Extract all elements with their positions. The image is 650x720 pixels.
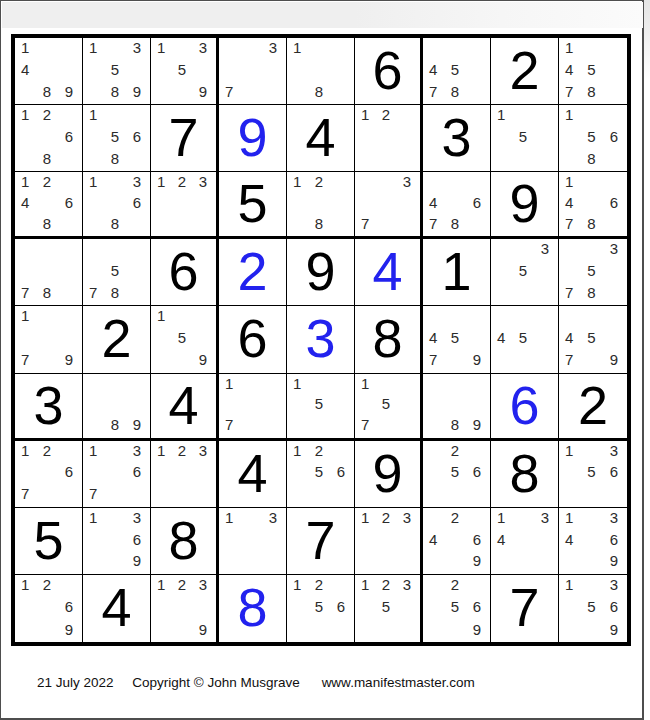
sudoku-cell-r8c4[interactable]: 13 bbox=[219, 508, 287, 575]
pencil-mark-7: 7 bbox=[429, 216, 437, 233]
pencil-mark-8: 8 bbox=[111, 151, 119, 168]
sudoku-cell-r9c7[interactable]: 2569 bbox=[423, 575, 491, 642]
sudoku-cell-r7c9[interactable]: 1356 bbox=[559, 441, 627, 508]
pencil-mark-5: 5 bbox=[451, 330, 459, 347]
pencil-mark-1: 1 bbox=[497, 107, 505, 124]
sudoku-cell-r3c1[interactable]: 12468 bbox=[15, 172, 83, 239]
pencil-mark-7: 7 bbox=[565, 84, 573, 101]
sudoku-cell-r5c7[interactable]: 4579 bbox=[423, 306, 491, 373]
sudoku-cell-r3c6[interactable]: 37 bbox=[355, 172, 423, 239]
pencil-mark-6: 6 bbox=[473, 195, 481, 212]
pencil-marks: 13 bbox=[219, 508, 286, 574]
pencil-marks: 15 bbox=[491, 105, 558, 171]
cell-value: 7 bbox=[287, 508, 354, 574]
pencil-mark-2: 2 bbox=[315, 174, 323, 191]
pencil-mark-9: 9 bbox=[65, 84, 73, 101]
pencil-mark-3: 3 bbox=[403, 174, 411, 191]
pencil-mark-1: 1 bbox=[89, 510, 97, 527]
pencil-mark-6: 6 bbox=[133, 464, 141, 481]
pencil-mark-7: 7 bbox=[361, 417, 369, 434]
cell-value: 8 bbox=[219, 575, 286, 642]
pencil-mark-2: 2 bbox=[178, 577, 186, 594]
sudoku-cell-r8c8[interactable]: 134 bbox=[491, 508, 559, 575]
cell-value: 3 bbox=[423, 105, 490, 171]
cell-value: 3 bbox=[287, 306, 354, 372]
sudoku-cell-r8c9[interactable]: 13469 bbox=[559, 508, 627, 575]
sudoku-cell-r7c4[interactable]: 4 bbox=[219, 441, 287, 508]
sudoku-cell-r5c5[interactable]: 3 bbox=[287, 306, 355, 373]
pencil-mark-1: 1 bbox=[497, 510, 505, 527]
pencil-mark-3: 3 bbox=[133, 510, 141, 527]
sudoku-cell-r9c3[interactable]: 1239 bbox=[151, 575, 219, 642]
sudoku-cell-r3c5[interactable]: 128 bbox=[287, 172, 355, 239]
sudoku-cell-r2c4[interactable]: 9 bbox=[219, 105, 287, 172]
sudoku-cell-r4c8[interactable]: 35 bbox=[491, 239, 559, 306]
pencil-mark-7: 7 bbox=[89, 486, 97, 503]
pencil-mark-5: 5 bbox=[315, 599, 323, 616]
sudoku-cell-r3c3[interactable]: 123 bbox=[151, 172, 219, 239]
pencil-mark-1: 1 bbox=[21, 174, 29, 191]
cell-value: 7 bbox=[491, 575, 558, 642]
pencil-mark-6: 6 bbox=[65, 129, 73, 146]
pencil-marks: 37 bbox=[355, 172, 420, 236]
pencil-mark-4: 4 bbox=[429, 532, 437, 549]
pencil-mark-5: 5 bbox=[111, 129, 119, 146]
pencil-mark-1: 1 bbox=[21, 308, 29, 325]
pencil-mark-1: 1 bbox=[21, 443, 29, 460]
pencil-mark-2: 2 bbox=[451, 443, 459, 460]
pencil-marks: 4578 bbox=[423, 38, 490, 104]
pencil-mark-6: 6 bbox=[65, 464, 73, 481]
pencil-marks: 12 bbox=[355, 105, 420, 171]
sudoku-cell-r5c2[interactable]: 2 bbox=[83, 306, 151, 373]
sudoku-cell-r5c9[interactable]: 4579 bbox=[559, 306, 627, 373]
pencil-mark-1: 1 bbox=[89, 443, 97, 460]
sudoku-cell-r6c7[interactable]: 89 bbox=[423, 374, 491, 441]
pencil-marks: 1356 bbox=[559, 441, 627, 507]
sudoku-cell-r4c7[interactable]: 1 bbox=[423, 239, 491, 306]
pencil-mark-3: 3 bbox=[133, 174, 141, 191]
pencil-mark-3: 3 bbox=[610, 241, 618, 258]
pencil-marks: 18 bbox=[287, 38, 354, 104]
sudoku-cell-r1c9[interactable]: 14578 bbox=[559, 38, 627, 105]
sudoku-cell-r2c5[interactable]: 4 bbox=[287, 105, 355, 172]
sudoku-cell-r1c3[interactable]: 1359 bbox=[151, 38, 219, 105]
pencil-mark-3: 3 bbox=[403, 510, 411, 527]
pencil-marks: 157 bbox=[355, 374, 420, 438]
sudoku-cell-r3c2[interactable]: 1368 bbox=[83, 172, 151, 239]
pencil-mark-3: 3 bbox=[199, 443, 207, 460]
sudoku-cell-r4c2[interactable]: 578 bbox=[83, 239, 151, 306]
pencil-mark-3: 3 bbox=[541, 510, 549, 527]
pencil-mark-2: 2 bbox=[43, 107, 51, 124]
footer-copyright: Copyright © John Musgrave bbox=[132, 675, 300, 690]
cell-value: 4 bbox=[151, 374, 216, 438]
pencil-mark-6: 6 bbox=[610, 464, 618, 481]
pencil-mark-3: 3 bbox=[610, 510, 618, 527]
pencil-marks: 13569 bbox=[559, 575, 627, 642]
pencil-marks: 17 bbox=[219, 374, 286, 438]
cell-value: 9 bbox=[287, 239, 354, 305]
pencil-mark-6: 6 bbox=[610, 599, 618, 616]
pencil-marks: 14578 bbox=[559, 38, 627, 104]
pencil-mark-7: 7 bbox=[21, 486, 29, 503]
cell-value: 8 bbox=[151, 508, 216, 574]
pencil-mark-3: 3 bbox=[269, 40, 277, 57]
pencil-marks: 3578 bbox=[559, 239, 627, 305]
pencil-mark-5: 5 bbox=[451, 62, 459, 79]
pencil-mark-5: 5 bbox=[587, 330, 595, 347]
pencil-mark-7: 7 bbox=[565, 352, 573, 369]
pencil-mark-6: 6 bbox=[610, 195, 618, 212]
pencil-mark-1: 1 bbox=[21, 107, 29, 124]
sudoku-cell-r1c1[interactable]: 1489 bbox=[15, 38, 83, 105]
pencil-marks: 578 bbox=[83, 239, 150, 305]
sudoku-cell-r9c4[interactable]: 8 bbox=[219, 575, 287, 642]
pencil-mark-6: 6 bbox=[473, 599, 481, 616]
pencil-mark-6: 6 bbox=[473, 464, 481, 481]
pencil-mark-5: 5 bbox=[587, 599, 595, 616]
pencil-mark-3: 3 bbox=[199, 577, 207, 594]
pencil-mark-4: 4 bbox=[21, 62, 29, 79]
sudoku-cell-r2c9[interactable]: 1568 bbox=[559, 105, 627, 172]
pencil-mark-6: 6 bbox=[473, 532, 481, 549]
pencil-mark-9: 9 bbox=[473, 622, 481, 639]
sudoku-cell-r3c7[interactable]: 4678 bbox=[423, 172, 491, 239]
pencil-marks: 1235 bbox=[355, 575, 420, 642]
pencil-mark-2: 2 bbox=[43, 174, 51, 191]
sudoku-cell-r6c4[interactable]: 17 bbox=[219, 374, 287, 441]
footer-website: www.manifestmaster.com bbox=[322, 675, 475, 690]
sudoku-cell-r6c8[interactable]: 6 bbox=[491, 374, 559, 441]
sudoku-cell-r9c2[interactable]: 4 bbox=[83, 575, 151, 642]
sudoku-cell-r6c2[interactable]: 89 bbox=[83, 374, 151, 441]
sudoku-cell-r1c5[interactable]: 18 bbox=[287, 38, 355, 105]
pencil-mark-2: 2 bbox=[451, 577, 459, 594]
sudoku-cell-r8c2[interactable]: 1369 bbox=[83, 508, 151, 575]
pencil-mark-8: 8 bbox=[587, 151, 595, 168]
cell-value: 9 bbox=[491, 172, 558, 236]
pencil-mark-5: 5 bbox=[519, 263, 527, 280]
sudoku-cell-r9c5[interactable]: 1256 bbox=[287, 575, 355, 642]
pencil-mark-7: 7 bbox=[89, 285, 97, 302]
sudoku-cell-r4c4[interactable]: 2 bbox=[219, 239, 287, 306]
pencil-marks: 4678 bbox=[423, 172, 490, 236]
cell-value: 9 bbox=[355, 441, 420, 507]
pencil-marks: 123 bbox=[151, 172, 216, 236]
pencil-mark-8: 8 bbox=[315, 216, 323, 233]
pencil-mark-2: 2 bbox=[178, 443, 186, 460]
pencil-mark-3: 3 bbox=[133, 40, 141, 57]
sudoku-cell-r1c4[interactable]: 37 bbox=[219, 38, 287, 105]
sudoku-cell-r7c8[interactable]: 8 bbox=[491, 441, 559, 508]
pencil-mark-1: 1 bbox=[225, 510, 233, 527]
pencil-marks: 123 bbox=[355, 508, 420, 574]
pencil-marks: 14678 bbox=[559, 172, 627, 236]
pencil-mark-8: 8 bbox=[43, 151, 51, 168]
pencil-mark-2: 2 bbox=[315, 577, 323, 594]
sudoku-cell-r6c1[interactable]: 3 bbox=[15, 374, 83, 441]
sudoku-cell-r3c8[interactable]: 9 bbox=[491, 172, 559, 239]
pencil-mark-5: 5 bbox=[111, 263, 119, 280]
pencil-mark-3: 3 bbox=[610, 443, 618, 460]
pencil-mark-6: 6 bbox=[65, 599, 73, 616]
pencil-mark-7: 7 bbox=[429, 84, 437, 101]
sudoku-cell-r9c6[interactable]: 1235 bbox=[355, 575, 423, 642]
pencil-mark-1: 1 bbox=[157, 443, 165, 460]
sudoku-cell-r4c3[interactable]: 6 bbox=[151, 239, 219, 306]
pencil-mark-2: 2 bbox=[43, 577, 51, 594]
pencil-marks: 4579 bbox=[559, 306, 627, 372]
pencil-mark-4: 4 bbox=[565, 62, 573, 79]
sudoku-cell-r5c8[interactable]: 45 bbox=[491, 306, 559, 373]
pencil-marks: 134 bbox=[491, 508, 558, 574]
pencil-mark-9: 9 bbox=[199, 84, 207, 101]
pencil-mark-5: 5 bbox=[382, 599, 390, 616]
pencil-mark-1: 1 bbox=[293, 376, 301, 393]
pencil-mark-2: 2 bbox=[382, 577, 390, 594]
pencil-marks: 1267 bbox=[15, 441, 82, 507]
pencil-mark-9: 9 bbox=[65, 352, 73, 369]
pencil-mark-1: 1 bbox=[157, 308, 165, 325]
pencil-mark-6: 6 bbox=[65, 195, 73, 212]
pencil-mark-6: 6 bbox=[133, 532, 141, 549]
pencil-mark-1: 1 bbox=[565, 577, 573, 594]
pencil-mark-5: 5 bbox=[315, 396, 323, 413]
pencil-mark-4: 4 bbox=[429, 62, 437, 79]
pencil-mark-5: 5 bbox=[519, 129, 527, 146]
pencil-marks: 15 bbox=[287, 374, 354, 438]
sudoku-cell-r5c6[interactable]: 8 bbox=[355, 306, 423, 373]
pencil-mark-3: 3 bbox=[541, 241, 549, 258]
sudoku-cell-r4c6[interactable]: 4 bbox=[355, 239, 423, 306]
sudoku-cell-r4c1[interactable]: 78 bbox=[15, 239, 83, 306]
pencil-mark-1: 1 bbox=[361, 107, 369, 124]
pencil-marks: 45 bbox=[491, 306, 558, 372]
footer: 21 July 2022 Copyright © John Musgrave w… bbox=[37, 672, 475, 694]
window-right-gutter bbox=[644, 0, 650, 720]
cell-value: 5 bbox=[15, 508, 82, 574]
pencil-mark-1: 1 bbox=[157, 577, 165, 594]
sudoku-cell-r2c2[interactable]: 1568 bbox=[83, 105, 151, 172]
pencil-mark-7: 7 bbox=[565, 285, 573, 302]
sudoku-cell-r2c1[interactable]: 1268 bbox=[15, 105, 83, 172]
cell-value: 6 bbox=[355, 38, 420, 104]
sudoku-board: 1489135891359371864578214578126815687941… bbox=[11, 34, 631, 646]
pencil-mark-3: 3 bbox=[269, 510, 277, 527]
cell-value: 6 bbox=[491, 374, 558, 438]
sudoku-cell-r6c9[interactable]: 2 bbox=[559, 374, 627, 441]
pencil-mark-6: 6 bbox=[337, 464, 345, 481]
pencil-marks: 1489 bbox=[15, 38, 82, 104]
pencil-marks: 35 bbox=[491, 239, 558, 305]
pencil-mark-1: 1 bbox=[361, 510, 369, 527]
sudoku-cell-r2c6[interactable]: 12 bbox=[355, 105, 423, 172]
pencil-mark-5: 5 bbox=[451, 464, 459, 481]
pencil-mark-5: 5 bbox=[382, 396, 390, 413]
sudoku-cell-r7c7[interactable]: 256 bbox=[423, 441, 491, 508]
pencil-mark-2: 2 bbox=[43, 443, 51, 460]
pencil-mark-9: 9 bbox=[199, 352, 207, 369]
pencil-mark-6: 6 bbox=[133, 129, 141, 146]
cell-value: 7 bbox=[151, 105, 216, 171]
sudoku-cell-r7c1[interactable]: 1267 bbox=[15, 441, 83, 508]
pencil-marks: 13589 bbox=[83, 38, 150, 104]
pencil-mark-7: 7 bbox=[225, 84, 233, 101]
pencil-mark-5: 5 bbox=[178, 62, 186, 79]
pencil-mark-4: 4 bbox=[21, 195, 29, 212]
pencil-mark-9: 9 bbox=[133, 553, 141, 570]
pencil-mark-8: 8 bbox=[43, 216, 51, 233]
pencil-marks: 1568 bbox=[83, 105, 150, 171]
sudoku-cell-r6c3[interactable]: 4 bbox=[151, 374, 219, 441]
cell-value: 6 bbox=[151, 239, 216, 305]
pencil-mark-1: 1 bbox=[293, 577, 301, 594]
pencil-mark-6: 6 bbox=[610, 532, 618, 549]
pencil-mark-7: 7 bbox=[21, 352, 29, 369]
sudoku-cell-r8c5[interactable]: 7 bbox=[287, 508, 355, 575]
pencil-mark-1: 1 bbox=[565, 40, 573, 57]
pencil-mark-3: 3 bbox=[610, 577, 618, 594]
pencil-mark-4: 4 bbox=[565, 330, 573, 347]
cell-value: 4 bbox=[287, 105, 354, 171]
pencil-mark-4: 4 bbox=[429, 195, 437, 212]
cell-value: 4 bbox=[355, 239, 420, 305]
pencil-mark-1: 1 bbox=[225, 376, 233, 393]
titlebar bbox=[2, 2, 643, 28]
sudoku-cell-r7c5[interactable]: 1256 bbox=[287, 441, 355, 508]
pencil-mark-2: 2 bbox=[315, 443, 323, 460]
sudoku-cell-r4c5[interactable]: 9 bbox=[287, 239, 355, 306]
cell-value: 8 bbox=[491, 441, 558, 507]
pencil-mark-1: 1 bbox=[89, 40, 97, 57]
pencil-mark-4: 4 bbox=[497, 330, 505, 347]
pencil-mark-1: 1 bbox=[89, 107, 97, 124]
pencil-mark-4: 4 bbox=[565, 532, 573, 549]
pencil-mark-1: 1 bbox=[293, 174, 301, 191]
sudoku-cell-r2c8[interactable]: 15 bbox=[491, 105, 559, 172]
pencil-marks: 37 bbox=[219, 38, 286, 104]
sudoku-cell-r5c1[interactable]: 179 bbox=[15, 306, 83, 373]
pencil-marks: 179 bbox=[15, 306, 82, 372]
sudoku-cell-r7c2[interactable]: 1367 bbox=[83, 441, 151, 508]
footer-date: 21 July 2022 bbox=[37, 675, 114, 690]
pencil-mark-1: 1 bbox=[565, 443, 573, 460]
sudoku-cell-r8c1[interactable]: 5 bbox=[15, 508, 83, 575]
pencil-marks: 1269 bbox=[15, 575, 82, 642]
sudoku-cell-r9c9[interactable]: 13569 bbox=[559, 575, 627, 642]
pencil-mark-8: 8 bbox=[111, 417, 119, 434]
cell-value: 2 bbox=[491, 38, 558, 104]
pencil-mark-1: 1 bbox=[293, 40, 301, 57]
sudoku-cell-r5c4[interactable]: 6 bbox=[219, 306, 287, 373]
cell-value: 2 bbox=[83, 306, 150, 372]
pencil-mark-5: 5 bbox=[178, 330, 186, 347]
pencil-mark-9: 9 bbox=[473, 553, 481, 570]
sudoku-cell-r3c4[interactable]: 5 bbox=[219, 172, 287, 239]
sudoku-cell-r7c6[interactable]: 9 bbox=[355, 441, 423, 508]
sudoku-cell-r2c7[interactable]: 3 bbox=[423, 105, 491, 172]
pencil-mark-3: 3 bbox=[133, 443, 141, 460]
pencil-mark-5: 5 bbox=[587, 263, 595, 280]
pencil-mark-6: 6 bbox=[337, 599, 345, 616]
pencil-mark-3: 3 bbox=[199, 174, 207, 191]
sudoku-cell-r5c3[interactable]: 159 bbox=[151, 306, 219, 373]
pencil-marks: 1359 bbox=[151, 38, 216, 104]
pencil-mark-9: 9 bbox=[610, 352, 618, 369]
cell-value: 5 bbox=[219, 172, 286, 236]
pencil-mark-1: 1 bbox=[565, 107, 573, 124]
pencil-mark-5: 5 bbox=[587, 464, 595, 481]
pencil-mark-9: 9 bbox=[610, 553, 618, 570]
pencil-marks: 1268 bbox=[15, 105, 82, 171]
pencil-mark-7: 7 bbox=[361, 216, 369, 233]
pencil-mark-6: 6 bbox=[133, 195, 141, 212]
sudoku-cell-r7c3[interactable]: 123 bbox=[151, 441, 219, 508]
pencil-mark-8: 8 bbox=[315, 84, 323, 101]
sudoku-cell-r1c8[interactable]: 2 bbox=[491, 38, 559, 105]
pencil-mark-1: 1 bbox=[293, 443, 301, 460]
pencil-marks: 12468 bbox=[15, 172, 82, 236]
pencil-mark-2: 2 bbox=[178, 174, 186, 191]
pencil-mark-1: 1 bbox=[157, 174, 165, 191]
sudoku-cell-r6c6[interactable]: 157 bbox=[355, 374, 423, 441]
app-window: 1489135891359371864578214578126815687941… bbox=[0, 0, 644, 720]
pencil-mark-5: 5 bbox=[519, 330, 527, 347]
sudoku-cell-r8c6[interactable]: 123 bbox=[355, 508, 423, 575]
pencil-mark-8: 8 bbox=[111, 84, 119, 101]
pencil-marks: 89 bbox=[83, 374, 150, 438]
cell-value: 3 bbox=[15, 374, 82, 438]
pencil-marks: 13469 bbox=[559, 508, 627, 574]
pencil-mark-6: 6 bbox=[610, 129, 618, 146]
pencil-mark-1: 1 bbox=[361, 577, 369, 594]
pencil-mark-7: 7 bbox=[565, 216, 573, 233]
pencil-marks: 1368 bbox=[83, 172, 150, 236]
pencil-marks: 1256 bbox=[287, 575, 354, 642]
pencil-mark-8: 8 bbox=[451, 84, 459, 101]
sudoku-cell-r2c3[interactable]: 7 bbox=[151, 105, 219, 172]
sudoku-cell-r1c6[interactable]: 6 bbox=[355, 38, 423, 105]
sudoku-cell-r1c7[interactable]: 4578 bbox=[423, 38, 491, 105]
sudoku-cell-r8c7[interactable]: 2469 bbox=[423, 508, 491, 575]
sudoku-cell-r6c5[interactable]: 15 bbox=[287, 374, 355, 441]
pencil-mark-2: 2 bbox=[382, 510, 390, 527]
cell-value: 4 bbox=[219, 441, 286, 507]
pencil-mark-8: 8 bbox=[111, 285, 119, 302]
cell-value: 4 bbox=[83, 575, 150, 642]
pencil-mark-8: 8 bbox=[43, 84, 51, 101]
pencil-marks: 1369 bbox=[83, 508, 150, 574]
pencil-marks: 4579 bbox=[423, 306, 490, 372]
sudoku-cell-r9c8[interactable]: 7 bbox=[491, 575, 559, 642]
sudoku-cell-r4c9[interactable]: 3578 bbox=[559, 239, 627, 306]
pencil-mark-2: 2 bbox=[382, 107, 390, 124]
pencil-mark-8: 8 bbox=[451, 417, 459, 434]
pencil-marks: 159 bbox=[151, 306, 216, 372]
sudoku-cell-r3c9[interactable]: 14678 bbox=[559, 172, 627, 239]
sudoku-cell-r1c2[interactable]: 13589 bbox=[83, 38, 151, 105]
sudoku-cell-r8c3[interactable]: 8 bbox=[151, 508, 219, 575]
pencil-marks: 1568 bbox=[559, 105, 627, 171]
sudoku-cell-r9c1[interactable]: 1269 bbox=[15, 575, 83, 642]
pencil-mark-9: 9 bbox=[610, 622, 618, 639]
pencil-mark-9: 9 bbox=[473, 352, 481, 369]
pencil-mark-1: 1 bbox=[89, 174, 97, 191]
pencil-mark-9: 9 bbox=[199, 622, 207, 639]
pencil-mark-5: 5 bbox=[587, 62, 595, 79]
pencil-mark-7: 7 bbox=[429, 352, 437, 369]
